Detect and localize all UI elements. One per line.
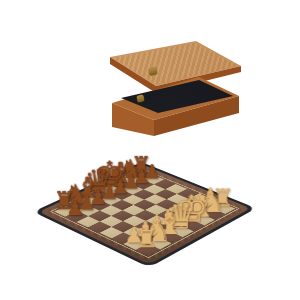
black-rook: ♜ [120, 154, 161, 177]
chessboard: ♜♟♟♜♞♟♟♞♝♟♟♝♚♟♟♚♛♟♟♛♝♟♟♝♞♟♟♞♜♟♟♜ [33, 162, 256, 268]
square-e1: ♚ [181, 220, 204, 231]
square-a1: ♜ [136, 244, 160, 256]
white-pawn: ♟ [189, 185, 233, 205]
square-h2: ♟ [201, 199, 223, 209]
board-squares: ♜♟♟♜♞♟♟♞♝♟♟♝♚♟♟♚♛♟♟♛♝♟♟♝♞♟♟♞♜♟♟♜ [54, 170, 235, 255]
chessboard-scene: ♜♟♟♜♞♟♟♞♝♟♟♝♚♟♟♚♛♟♟♛♝♟♟♝♞♟♟♞♜♟♟♜ [0, 0, 300, 300]
square-b5 [100, 216, 123, 227]
square-g1: ♞ [202, 209, 225, 220]
black-knight: ♞ [110, 156, 152, 182]
square-h1: ♜ [213, 203, 236, 214]
product-photo: ♜♟♟♜♞♟♟♞♝♟♟♝♚♟♟♚♛♟♟♛♝♟♟♝♞♟♟♞♜♟♟♜ [0, 0, 300, 300]
square-a7: ♟ [65, 211, 88, 222]
board-frame: ♜♟♟♜♞♟♟♞♝♟♟♝♚♟♟♚♛♟♟♛♝♟♟♝♞♟♟♞♜♟♟♜ [39, 164, 251, 264]
